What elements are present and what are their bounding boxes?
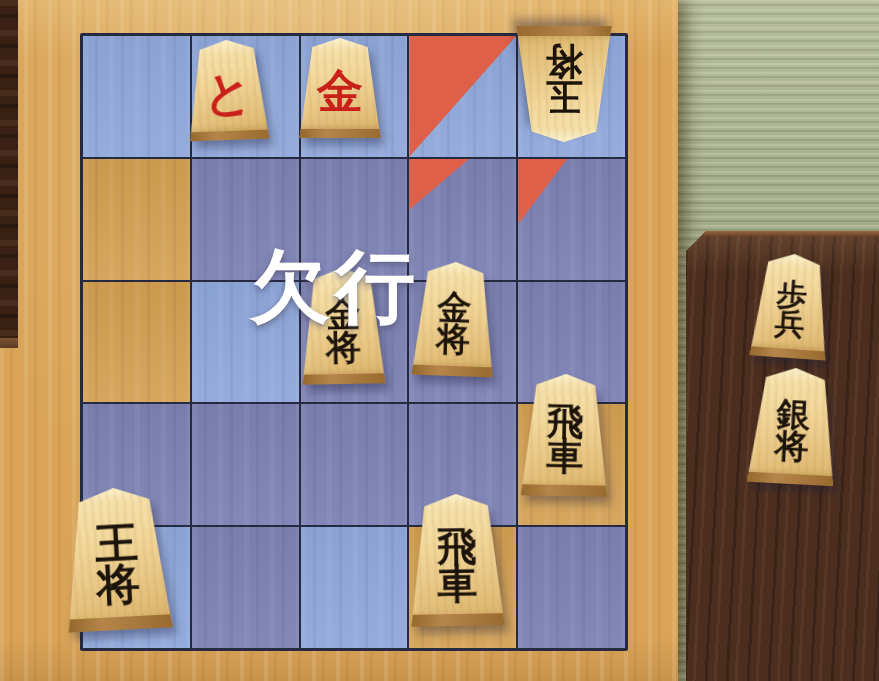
- shogi-piece-captured-pawn[interactable]: 歩兵: [744, 251, 837, 361]
- shogi-piece-promoted-silver[interactable]: 金: [294, 38, 386, 138]
- board-cell-r5c5[interactable]: [518, 527, 625, 648]
- piece-kanji: 王将: [54, 485, 179, 633]
- left-table-edge: [0, 0, 18, 348]
- piece-kanji-char: 将: [774, 430, 810, 464]
- piece-kanji: 飛車: [403, 493, 511, 627]
- board-cell-r5c3[interactable]: [301, 527, 408, 648]
- piece-kanji-char: 兵: [774, 309, 806, 340]
- piece-kanji-char: 将: [96, 563, 141, 606]
- piece-kanji: と: [181, 38, 274, 141]
- piece-kanji: 飛車: [515, 373, 615, 497]
- board-cell-r1c4[interactable]: [409, 36, 516, 157]
- announcement-text: 欠行: [250, 234, 420, 342]
- piece-kanji-char: 車: [437, 564, 478, 603]
- piece-kanji-char: 金: [317, 70, 363, 114]
- piece-wood-body: 金将: [406, 260, 502, 377]
- piece-kanji: 歩兵: [744, 251, 837, 361]
- board-cell-r5c2[interactable]: [192, 527, 299, 648]
- piece-kanji-char: と: [203, 70, 254, 117]
- piece-kanji-char: 将: [546, 44, 583, 79]
- piece-wood-body: 歩兵: [744, 251, 837, 361]
- piece-kanji: 銀将: [741, 366, 845, 487]
- shogi-piece-gold-general[interactable]: 金将: [406, 260, 502, 377]
- piece-wood-body: 銀将: [741, 366, 845, 487]
- board-cell-r2c1[interactable]: [83, 159, 190, 280]
- piece-wood-body: 飛車: [403, 493, 511, 627]
- piece-wood-body: 王将: [54, 485, 179, 633]
- shogi-piece-tokin-promoted-pawn[interactable]: と: [181, 38, 274, 141]
- board-cell-r4c2[interactable]: [192, 404, 299, 525]
- piece-kanji: 金: [294, 38, 386, 138]
- shogi-piece-rook[interactable]: 飛車: [515, 373, 615, 497]
- board-cell-r3c1[interactable]: [83, 282, 190, 403]
- piece-kanji: 玉将: [510, 26, 618, 142]
- piece-wood-body: 金: [294, 38, 386, 138]
- piece-kanji-char: 将: [436, 323, 471, 356]
- piece-kanji: 金将: [406, 260, 502, 377]
- piece-wood-body: 玉将: [510, 26, 618, 142]
- scene: と金玉将金将金将飛車飛車王将歩兵銀将 欠行: [0, 0, 879, 681]
- shogi-piece-captured-silver[interactable]: 銀将: [741, 366, 845, 487]
- piece-wood-body: 飛車: [515, 373, 615, 497]
- shogi-piece-gote-king[interactable]: 玉将: [510, 26, 618, 142]
- piece-wood-body: と: [181, 38, 274, 141]
- piece-kanji-char: 車: [546, 439, 584, 475]
- shogi-piece-sente-king[interactable]: 王将: [54, 485, 179, 633]
- board-cell-r1c1[interactable]: [83, 36, 190, 157]
- piece-kanji-char: 玉: [546, 79, 583, 114]
- shogi-piece-rook[interactable]: 飛車: [403, 493, 511, 627]
- board-cell-r4c3[interactable]: [301, 404, 408, 525]
- board-cell-r2c5[interactable]: [518, 159, 625, 280]
